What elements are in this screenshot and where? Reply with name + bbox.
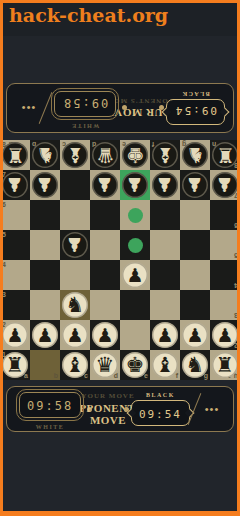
black-clock-time-top: 09:54 <box>174 104 217 117</box>
square-a8[interactable]: 8a♜ <box>0 140 30 170</box>
square-g3[interactable] <box>180 290 210 320</box>
square-g1[interactable]: g♞ <box>180 350 210 380</box>
top-player-panel: 09:54 BLACK YOUR MOVE OPPONENT'S MOVE WH… <box>6 83 234 133</box>
bottom-player-panel: 09:58 WHITE YOUR MOVE OPPONENT'S MOVE BL… <box>6 386 234 432</box>
white-clock-group-top: WHITE 09:58 <box>50 87 120 129</box>
piece-glyph: ♟ <box>6 322 23 348</box>
piece-glyph: ♛ <box>96 352 115 378</box>
piece-black-bishop: ♝ <box>152 142 178 168</box>
piece-white-bishop: ♝ <box>62 352 88 378</box>
square-d7[interactable]: ♟ <box>90 170 120 200</box>
square-a1[interactable]: 1a♜ <box>0 350 30 380</box>
square-b2[interactable]: ♟ <box>30 320 60 350</box>
square-c7[interactable] <box>60 170 90 200</box>
piece-glyph: ♞ <box>186 352 205 378</box>
square-a4[interactable]: 4 <box>0 260 30 290</box>
coordinate-file-label: f <box>176 372 178 379</box>
square-g4[interactable] <box>180 260 210 290</box>
square-g8[interactable]: g♞ <box>180 140 210 170</box>
piece-black-pawn: ♟ <box>152 172 178 198</box>
square-f5[interactable] <box>150 230 180 260</box>
piece-glyph: ♟ <box>186 172 203 198</box>
square-h5[interactable]: 5 <box>210 230 240 260</box>
piece-glyph: ♟ <box>66 322 83 348</box>
white-clock-time-top: 09:58 <box>62 96 108 110</box>
square-c3[interactable]: ♞ <box>60 290 90 320</box>
white-clock-frame-bottom: 09:58 <box>19 392 81 418</box>
coordinate-rank-label: 3 <box>2 291 6 298</box>
piece-glyph: ♟ <box>36 172 53 198</box>
white-clock-label-top: WHITE <box>71 123 100 129</box>
square-g2[interactable]: ♟ <box>180 320 210 350</box>
square-f1[interactable]: f♝ <box>150 350 180 380</box>
piece-black-knight: ♞ <box>182 142 208 168</box>
piece-glyph: ♞ <box>36 142 55 168</box>
square-b5[interactable] <box>30 230 60 260</box>
square-f8[interactable]: f♝ <box>150 140 180 170</box>
piece-black-pawn: ♟ <box>182 172 208 198</box>
piece-glyph: ♞ <box>186 142 205 168</box>
black-clock-group-bottom: BLACK 09:54 <box>131 392 190 426</box>
piece-glyph: ♟ <box>156 172 173 198</box>
square-e3[interactable] <box>120 290 150 320</box>
piece-white-knight: ♞ <box>182 352 208 378</box>
square-c8[interactable]: c♝ <box>60 140 90 170</box>
square-h1[interactable]: h1♜ <box>210 350 240 380</box>
square-e8[interactable]: e♚ <box>120 140 150 170</box>
turn-messages-top: YOUR MOVE OPPONENT'S MOVE <box>129 97 157 119</box>
piece-glyph: ♝ <box>66 142 85 168</box>
square-a6[interactable]: 6 <box>0 200 30 230</box>
piece-white-bishop: ♝ <box>152 352 178 378</box>
piece-glyph: ♚ <box>126 142 145 168</box>
piece-black-pawn: ♟ <box>2 172 28 198</box>
legal-move-dot[interactable] <box>128 208 143 223</box>
coordinate-rank-label: 4 <box>2 261 6 268</box>
black-clock-time-bottom: 09:54 <box>139 408 182 421</box>
piece-glyph: ♟ <box>66 232 83 258</box>
piece-glyph: ♟ <box>186 322 203 348</box>
piece-glyph: ♟ <box>6 172 23 198</box>
square-e7[interactable]: ♟ <box>120 170 150 200</box>
square-d8[interactable]: d♛ <box>90 140 120 170</box>
piece-black-rook: ♜ <box>2 142 28 168</box>
square-d5[interactable] <box>90 230 120 260</box>
square-h7[interactable]: 7♟ <box>210 170 240 200</box>
square-b8[interactable]: b♞ <box>30 140 60 170</box>
square-c4[interactable] <box>60 260 90 290</box>
black-clock-label-bottom: BLACK <box>146 392 175 398</box>
piece-white-pawn: ♟ <box>62 322 88 348</box>
watermark-banner: hack-cheat.org <box>0 0 240 36</box>
square-c1[interactable]: c♝ <box>60 350 90 380</box>
piece-glyph: ♟ <box>36 322 53 348</box>
piece-white-pawn: ♟ <box>182 322 208 348</box>
piece-white-pawn: ♟ <box>152 322 178 348</box>
square-b3[interactable] <box>30 290 60 320</box>
square-b6[interactable] <box>30 200 60 230</box>
square-e2[interactable] <box>120 320 150 350</box>
square-c6[interactable] <box>60 200 90 230</box>
piece-white-queen: ♛ <box>92 352 118 378</box>
inactive-turn-message: YOUR MOVE <box>81 392 134 400</box>
piece-glyph: ♟ <box>216 172 233 198</box>
square-e1[interactable]: e♚ <box>120 350 150 380</box>
turn-messages-bottom: YOUR MOVE OPPONENT'S MOVE <box>94 392 122 426</box>
watermark-title: hack-cheat.org <box>9 4 168 26</box>
piece-black-king: ♚ <box>122 142 148 168</box>
piece-white-pawn: ♟ <box>212 322 238 348</box>
piece-glyph: ♛ <box>96 142 115 168</box>
piece-glyph: ♟ <box>216 322 233 348</box>
chess-board: 8a♜b♞c♝d♛e♚f♝g♞h8♜7♟♟♟♟♟♟7♟665♟54♟43♞32♟… <box>0 140 240 380</box>
square-b7[interactable]: ♟ <box>30 170 60 200</box>
piece-glyph: ♟ <box>96 322 113 348</box>
square-f7[interactable]: ♟ <box>150 170 180 200</box>
piece-glyph: ♟ <box>126 172 143 198</box>
square-g5[interactable] <box>180 230 210 260</box>
menu-dots-icon[interactable]: ••• <box>15 102 41 114</box>
square-a2[interactable]: 2♟ <box>0 320 30 350</box>
white-clock-label-bottom: WHITE <box>36 424 65 430</box>
piece-glyph: ♟ <box>96 172 113 198</box>
square-a5[interactable]: 5 <box>0 230 30 260</box>
coordinate-rank-label-rotated: 3 <box>234 312 238 319</box>
piece-white-pawn: ♟ <box>122 262 148 288</box>
square-d1[interactable]: d♛ <box>90 350 120 380</box>
square-e4[interactable]: ♟ <box>120 260 150 290</box>
square-g6[interactable] <box>180 200 210 230</box>
piece-black-pawn: ♟ <box>62 232 88 258</box>
piece-white-rook: ♜ <box>212 352 238 378</box>
square-b1[interactable]: b <box>30 350 60 380</box>
menu-dots-icon[interactable]: ••• <box>199 403 225 415</box>
piece-black-bishop: ♝ <box>62 142 88 168</box>
piece-glyph: ♝ <box>156 352 175 378</box>
square-a7[interactable]: 7♟ <box>0 170 30 200</box>
white-clock-frame-top: 09:58 <box>54 91 116 117</box>
piece-glyph: ♜ <box>216 352 235 378</box>
piece-black-pawn: ♟ <box>122 172 148 198</box>
square-e6[interactable] <box>120 200 150 230</box>
piece-black-rook: ♜ <box>212 142 238 168</box>
piece-white-pawn: ♟ <box>92 322 118 348</box>
piece-glyph: ♚ <box>126 352 145 378</box>
coordinate-rank-label-rotated: 5 <box>234 252 238 259</box>
piece-black-pawn: ♟ <box>92 172 118 198</box>
piece-black-pawn: ♟ <box>212 172 238 198</box>
square-h4[interactable]: 4 <box>210 260 240 290</box>
piece-glyph: ♟ <box>156 322 173 348</box>
piece-glyph: ♟ <box>126 262 143 288</box>
square-h2[interactable]: 2♟ <box>210 320 240 350</box>
piece-white-pawn: ♟ <box>32 322 58 348</box>
square-d6[interactable] <box>90 200 120 230</box>
square-d4[interactable] <box>90 260 120 290</box>
coordinate-rank-label-rotated: 4 <box>234 282 238 289</box>
piece-white-king: ♚ <box>122 352 148 378</box>
square-f4[interactable] <box>150 260 180 290</box>
piece-glyph: ♜ <box>6 352 25 378</box>
square-d3[interactable] <box>90 290 120 320</box>
piece-black-pawn: ♟ <box>32 172 58 198</box>
piece-white-pawn: ♟ <box>2 322 28 348</box>
square-d2[interactable]: ♟ <box>90 320 120 350</box>
black-clock-frame-bottom: 09:54 <box>131 400 190 426</box>
black-clock-label-top: BLACK <box>181 91 210 97</box>
square-g7[interactable]: ♟ <box>180 170 210 200</box>
square-c2[interactable]: ♟ <box>60 320 90 350</box>
square-h8[interactable]: h8♜ <box>210 140 240 170</box>
piece-white-knight: ♞ <box>62 292 88 318</box>
square-a3[interactable]: 3 <box>0 290 30 320</box>
piece-glyph: ♜ <box>216 142 235 168</box>
coordinate-file-label: b <box>54 372 58 379</box>
black-clock-frame-top: 09:54 <box>166 99 225 125</box>
square-e5[interactable] <box>120 230 150 260</box>
square-h3[interactable]: 3 <box>210 290 240 320</box>
white-clock-time-bottom: 09:58 <box>27 399 73 413</box>
piece-white-rook: ♜ <box>2 352 28 378</box>
square-f3[interactable] <box>150 290 180 320</box>
square-c5[interactable]: ♟ <box>60 230 90 260</box>
piece-glyph: ♝ <box>66 352 85 378</box>
piece-glyph: ♜ <box>6 142 25 168</box>
piece-glyph: ♝ <box>156 142 175 168</box>
piece-glyph: ♞ <box>66 292 85 318</box>
square-f6[interactable] <box>150 200 180 230</box>
square-h6[interactable]: 6 <box>210 200 240 230</box>
square-f2[interactable]: ♟ <box>150 320 180 350</box>
coordinate-rank-label-rotated: 6 <box>234 222 238 229</box>
piece-black-knight: ♞ <box>32 142 58 168</box>
square-b4[interactable] <box>30 260 60 290</box>
piece-black-queen: ♛ <box>92 142 118 168</box>
coordinate-rank-label: 5 <box>2 231 6 238</box>
legal-move-dot[interactable] <box>128 238 143 253</box>
coordinate-rank-label: 6 <box>2 201 6 208</box>
